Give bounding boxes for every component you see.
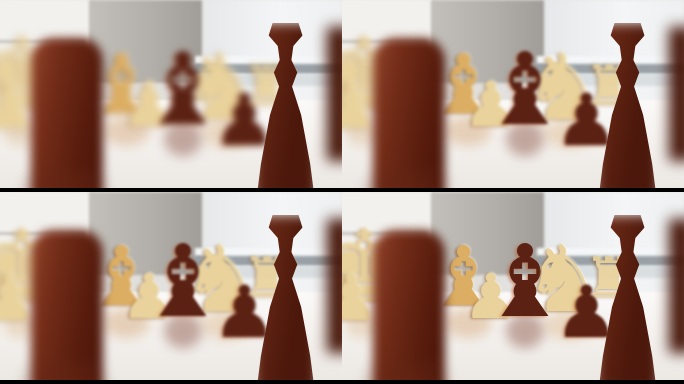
letterbox-bar — [0, 188, 342, 192]
foreground-dark-rook — [31, 230, 103, 384]
foreground-piece-layer — [0, 192, 342, 384]
foreground-dark-rook — [373, 38, 445, 192]
video-preview-sheet: ♚ ♟ ♜ ♝ ♟ ♝ ♞ ♟ ♚ ♟ — [0, 0, 684, 384]
foreground-dark-king — [253, 23, 318, 192]
foreground-piece-layer — [342, 0, 684, 192]
foreground-dark-king — [253, 215, 318, 384]
foreground-piece-layer — [342, 192, 684, 384]
foreground-dark-rook — [31, 38, 103, 192]
video-frame-1[interactable]: ♚ ♟ ♜ ♝ ♟ ♝ ♞ ♟ — [0, 0, 342, 192]
video-frame-4[interactable]: ♚ ♟ ♜ ♝ ♟ ♝ ♞ ♟ — [342, 192, 684, 384]
letterbox-bar — [342, 380, 684, 384]
foreground-dark-king — [595, 23, 660, 192]
letterbox-bar — [0, 380, 342, 384]
foreground-dark-piece-edge — [327, 27, 342, 161]
video-frame-2[interactable]: ♚ ♟ ♜ ♝ ♟ ♝ ♞ ♟ — [342, 0, 684, 192]
foreground-dark-piece-edge — [327, 219, 342, 353]
foreground-piece-layer — [0, 0, 342, 192]
foreground-dark-piece-edge — [669, 219, 684, 353]
letterbox-bar — [342, 188, 684, 192]
foreground-dark-piece-edge — [669, 27, 684, 161]
video-frame-3[interactable]: ♚ ♟ ♜ ♝ ♟ ♝ ♞ ♟ — [0, 192, 342, 384]
foreground-dark-rook — [373, 230, 445, 384]
foreground-dark-king — [595, 215, 660, 384]
